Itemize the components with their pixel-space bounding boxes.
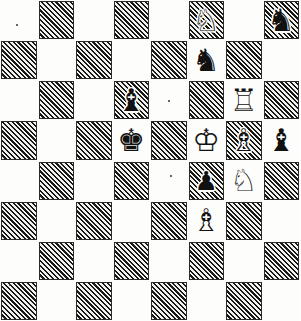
square-g3[interactable]: [225, 201, 263, 241]
square-h4[interactable]: [263, 161, 301, 201]
piece-black-bishop[interactable]: ♝: [117, 85, 145, 116]
square-c1[interactable]: [75, 281, 113, 321]
square-b7[interactable]: [38, 40, 76, 80]
piece-black-king[interactable]: ♚: [117, 125, 145, 156]
square-a2[interactable]: [0, 241, 38, 281]
square-c3[interactable]: [75, 201, 113, 241]
square-g7[interactable]: [225, 40, 263, 80]
square-f6[interactable]: [188, 80, 226, 120]
square-b5[interactable]: [38, 120, 76, 160]
square-h8[interactable]: ♞: [263, 0, 301, 40]
square-f3[interactable]: ♗: [188, 201, 226, 241]
square-e7[interactable]: [150, 40, 188, 80]
piece-white-rook[interactable]: ♖: [230, 85, 258, 116]
square-d4[interactable]: [113, 161, 151, 201]
square-a1[interactable]: [0, 281, 38, 321]
square-d6[interactable]: ♝: [113, 80, 151, 120]
square-a5[interactable]: [0, 120, 38, 160]
square-d7[interactable]: [113, 40, 151, 80]
square-g1[interactable]: [225, 281, 263, 321]
square-b6[interactable]: [38, 80, 76, 120]
piece-white-knight[interactable]: ♘: [230, 165, 258, 196]
square-a7[interactable]: [0, 40, 38, 80]
square-c8[interactable]: [75, 0, 113, 40]
piece-black-knight[interactable]: ♞: [192, 45, 220, 76]
square-c4[interactable]: [75, 161, 113, 201]
square-e1[interactable]: [150, 281, 188, 321]
square-b1[interactable]: [38, 281, 76, 321]
square-g4[interactable]: ♘: [225, 161, 263, 201]
square-h6[interactable]: [263, 80, 301, 120]
piece-black-bishop[interactable]: ♝: [267, 125, 295, 156]
square-e8[interactable]: [150, 0, 188, 40]
square-c2[interactable]: [75, 241, 113, 281]
square-d8[interactable]: [113, 0, 151, 40]
piece-white-knight[interactable]: ♘: [192, 5, 220, 36]
square-a8[interactable]: [0, 0, 38, 40]
square-f1[interactable]: [188, 281, 226, 321]
square-h5[interactable]: ♝: [263, 120, 301, 160]
square-h3[interactable]: [263, 201, 301, 241]
square-d2[interactable]: [113, 241, 151, 281]
chess-board: ♘♞♞♝♖♚♔♗♝♟♘♗: [0, 0, 300, 321]
print-speck: [16, 24, 18, 26]
square-e3[interactable]: [150, 201, 188, 241]
square-a4[interactable]: [0, 161, 38, 201]
square-d5[interactable]: ♚: [113, 120, 151, 160]
square-f2[interactable]: [188, 241, 226, 281]
square-b2[interactable]: [38, 241, 76, 281]
square-b3[interactable]: [38, 201, 76, 241]
square-g6[interactable]: ♖: [225, 80, 263, 120]
square-c7[interactable]: [75, 40, 113, 80]
square-e2[interactable]: [150, 241, 188, 281]
square-e5[interactable]: [150, 120, 188, 160]
square-c6[interactable]: [75, 80, 113, 120]
square-g2[interactable]: [225, 241, 263, 281]
print-speck: [9, 284, 11, 286]
square-d1[interactable]: [113, 281, 151, 321]
square-g8[interactable]: [225, 0, 263, 40]
square-h2[interactable]: [263, 241, 301, 281]
square-a6[interactable]: [0, 80, 38, 120]
piece-white-king[interactable]: ♔: [192, 125, 220, 156]
piece-white-bishop[interactable]: ♗: [192, 205, 220, 236]
square-a3[interactable]: [0, 201, 38, 241]
print-speck: [170, 175, 172, 177]
scanned-chess-diagram: ♘♞♞♝♖♚♔♗♝♟♘♗: [0, 0, 300, 321]
square-f5[interactable]: ♔: [188, 120, 226, 160]
square-f4[interactable]: ♟: [188, 161, 226, 201]
piece-white-bishop[interactable]: ♗: [230, 125, 258, 156]
square-g5[interactable]: ♗: [225, 120, 263, 160]
square-h1[interactable]: [263, 281, 301, 321]
square-b4[interactable]: [38, 161, 76, 201]
square-c5[interactable]: [75, 120, 113, 160]
piece-black-knight[interactable]: ♞: [267, 5, 295, 36]
square-b8[interactable]: [38, 0, 76, 40]
print-speck: [168, 100, 170, 102]
square-h7[interactable]: [263, 40, 301, 80]
square-f8[interactable]: ♘: [188, 0, 226, 40]
piece-black-pawn[interactable]: ♟: [195, 168, 218, 194]
square-f7[interactable]: ♞: [188, 40, 226, 80]
square-e4[interactable]: [150, 161, 188, 201]
square-d3[interactable]: [113, 201, 151, 241]
